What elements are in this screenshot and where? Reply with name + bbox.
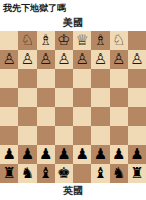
- square-h7[interactable]: ♙: [0, 50, 18, 69]
- square-b1[interactable]: ♞: [110, 164, 128, 183]
- piece-black-king: ♚: [57, 166, 70, 181]
- piece-black-knight: ♞: [21, 166, 34, 181]
- square-e2[interactable]: ♟: [55, 145, 73, 164]
- piece-black-pawn: ♟: [39, 147, 52, 162]
- piece-white-pawn: ♙: [130, 52, 143, 67]
- square-e6[interactable]: [55, 69, 73, 88]
- square-h2[interactable]: ♟: [0, 145, 18, 164]
- square-h8[interactable]: [0, 31, 18, 50]
- square-b8[interactable]: ♘: [110, 31, 128, 50]
- top-player-label: 美國: [0, 14, 146, 31]
- square-d6[interactable]: [73, 69, 91, 88]
- square-d7[interactable]: ♙: [73, 50, 91, 69]
- square-g5[interactable]: [18, 88, 36, 107]
- square-f4[interactable]: [37, 107, 55, 126]
- square-f2[interactable]: ♟: [37, 145, 55, 164]
- piece-black-pawn: ♟: [130, 147, 143, 162]
- square-d8[interactable]: ♕: [73, 31, 91, 50]
- square-a7[interactable]: ♙: [128, 50, 146, 69]
- square-g6[interactable]: [18, 69, 36, 88]
- caption-text: 我先下地獄了嗎: [0, 0, 146, 14]
- square-d1[interactable]: [73, 164, 91, 183]
- square-c5[interactable]: [91, 88, 109, 107]
- square-f6[interactable]: [37, 69, 55, 88]
- square-a1[interactable]: ♜: [128, 164, 146, 183]
- square-b6[interactable]: [110, 69, 128, 88]
- square-c2[interactable]: ♟: [91, 145, 109, 164]
- piece-black-rook: ♜: [130, 166, 143, 181]
- square-e4[interactable]: [55, 107, 73, 126]
- square-d3[interactable]: [73, 126, 91, 145]
- piece-black-pawn: ♟: [75, 147, 88, 162]
- square-e5[interactable]: [55, 88, 73, 107]
- square-c8[interactable]: ♗: [91, 31, 109, 50]
- piece-white-pawn: ♙: [57, 52, 70, 67]
- square-c4[interactable]: [91, 107, 109, 126]
- piece-white-pawn: ♙: [21, 52, 34, 67]
- piece-white-pawn: ♙: [75, 52, 88, 67]
- square-c3[interactable]: [91, 126, 109, 145]
- square-g3[interactable]: [18, 126, 36, 145]
- square-e8[interactable]: ♔: [55, 31, 73, 50]
- square-e7[interactable]: ♙: [55, 50, 73, 69]
- piece-black-bishop: ♝: [39, 166, 52, 181]
- square-e3[interactable]: [55, 126, 73, 145]
- square-b3[interactable]: [110, 126, 128, 145]
- square-a8[interactable]: [128, 31, 146, 50]
- square-c1[interactable]: ♝: [91, 164, 109, 183]
- piece-black-bishop: ♝: [94, 166, 107, 181]
- square-b7[interactable]: ♙: [110, 50, 128, 69]
- square-f3[interactable]: [37, 126, 55, 145]
- square-a2[interactable]: ♟: [128, 145, 146, 164]
- piece-white-knight: ♘: [112, 33, 125, 48]
- square-c6[interactable]: [91, 69, 109, 88]
- piece-black-pawn: ♟: [94, 147, 107, 162]
- square-d5[interactable]: [73, 88, 91, 107]
- square-f1[interactable]: ♝: [37, 164, 55, 183]
- piece-white-king: ♔: [57, 33, 70, 48]
- square-f5[interactable]: [37, 88, 55, 107]
- square-f8[interactable]: ♗: [37, 31, 55, 50]
- square-g1[interactable]: ♞: [18, 164, 36, 183]
- piece-black-rook: ♜: [2, 166, 15, 181]
- square-b4[interactable]: [110, 107, 128, 126]
- square-b2[interactable]: ♟: [110, 145, 128, 164]
- square-g2[interactable]: ♟: [18, 145, 36, 164]
- chess-board: ♘♗♔♕♗♘♙♙♙♙♙♙♙♙♟♟♟♟♟♟♟♟♜♞♝♚♝♞♜: [0, 31, 146, 183]
- square-b5[interactable]: [110, 88, 128, 107]
- piece-black-pawn: ♟: [112, 147, 125, 162]
- square-a4[interactable]: [128, 107, 146, 126]
- piece-white-pawn: ♙: [112, 52, 125, 67]
- square-c7[interactable]: ♙: [91, 50, 109, 69]
- piece-black-knight: ♞: [112, 166, 125, 181]
- bottom-player-label: 英國: [0, 183, 146, 198]
- square-h3[interactable]: [0, 126, 18, 145]
- square-g8[interactable]: ♘: [18, 31, 36, 50]
- square-d2[interactable]: ♟: [73, 145, 91, 164]
- piece-white-queen: ♕: [75, 33, 88, 48]
- square-e1[interactable]: ♚: [55, 164, 73, 183]
- square-a6[interactable]: [128, 69, 146, 88]
- piece-white-pawn: ♙: [94, 52, 107, 67]
- piece-black-pawn: ♟: [21, 147, 34, 162]
- square-a3[interactable]: [128, 126, 146, 145]
- piece-white-knight: ♘: [21, 33, 34, 48]
- square-h1[interactable]: ♜: [0, 164, 18, 183]
- piece-white-pawn: ♙: [2, 52, 15, 67]
- square-d4[interactable]: [73, 107, 91, 126]
- square-g7[interactable]: ♙: [18, 50, 36, 69]
- square-h6[interactable]: [0, 69, 18, 88]
- square-h4[interactable]: [0, 107, 18, 126]
- square-a5[interactable]: [128, 88, 146, 107]
- piece-white-bishop: ♗: [39, 33, 52, 48]
- piece-white-bishop: ♗: [94, 33, 107, 48]
- square-f7[interactable]: ♙: [37, 50, 55, 69]
- piece-black-pawn: ♟: [57, 147, 70, 162]
- square-h5[interactable]: [0, 88, 18, 107]
- piece-white-pawn: ♙: [39, 52, 52, 67]
- square-g4[interactable]: [18, 107, 36, 126]
- piece-black-pawn: ♟: [2, 147, 15, 162]
